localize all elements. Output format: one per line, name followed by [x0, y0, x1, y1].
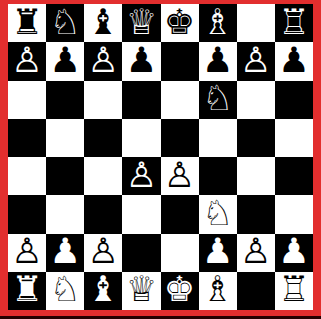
square-g6[interactable] [237, 81, 275, 119]
square-g3[interactable] [237, 195, 275, 233]
piece-white-knight: ♘ [49, 272, 80, 307]
square-c3[interactable] [84, 195, 122, 233]
piece-white-bishop: ♗ [202, 272, 233, 307]
square-c1[interactable]: ♝ [84, 272, 122, 310]
piece-white-king: ♚ [164, 272, 195, 307]
square-d6[interactable] [122, 81, 160, 119]
piece-black-knight: ♘ [49, 5, 80, 40]
chess-board: ♜♘♝♕♚♗♖♙♟♙♟♟♙♟♘♙♙♘♙♟♙♟♙♟♜♘♝♕♚♗♖ [8, 4, 313, 310]
square-c5[interactable] [84, 119, 122, 157]
square-f7[interactable]: ♟ [199, 42, 237, 80]
board-frame: ♜♘♝♕♚♗♖♙♟♙♟♟♙♟♘♙♙♘♙♟♙♟♙♟♜♘♝♕♚♗♖ [0, 0, 321, 319]
piece-black-rook: ♖ [278, 5, 309, 40]
piece-black-pawn: ♟ [49, 43, 80, 78]
square-a4[interactable] [8, 157, 46, 195]
piece-white-knight: ♘ [202, 196, 233, 231]
square-h8[interactable]: ♖ [275, 4, 313, 42]
square-d5[interactable] [122, 119, 160, 157]
piece-white-pawn: ♟ [278, 234, 309, 269]
piece-black-knight: ♘ [202, 81, 233, 116]
square-g8[interactable] [237, 4, 275, 42]
square-b3[interactable] [46, 195, 84, 233]
square-f4[interactable] [199, 157, 237, 195]
square-g2[interactable]: ♙ [237, 234, 275, 272]
square-e5[interactable] [161, 119, 199, 157]
piece-black-king: ♚ [164, 5, 195, 40]
square-a7[interactable]: ♙ [8, 42, 46, 80]
square-h4[interactable] [275, 157, 313, 195]
piece-black-pawn: ♙ [240, 43, 271, 78]
piece-black-pawn: ♙ [88, 43, 119, 78]
piece-black-queen: ♕ [126, 5, 157, 40]
square-d1[interactable]: ♕ [122, 272, 160, 310]
square-a5[interactable] [8, 119, 46, 157]
square-h3[interactable] [275, 195, 313, 233]
square-b7[interactable]: ♟ [46, 42, 84, 80]
square-b2[interactable]: ♟ [46, 234, 84, 272]
square-f3[interactable]: ♘ [199, 195, 237, 233]
square-a6[interactable] [8, 81, 46, 119]
piece-white-queen: ♕ [126, 272, 157, 307]
piece-white-pawn: ♟ [49, 234, 80, 269]
piece-white-rook: ♖ [278, 272, 309, 307]
square-f6[interactable]: ♘ [199, 81, 237, 119]
piece-white-pawn: ♙ [240, 234, 271, 269]
piece-white-pawn: ♙ [164, 158, 195, 193]
square-e3[interactable] [161, 195, 199, 233]
square-a3[interactable] [8, 195, 46, 233]
piece-black-rook: ♜ [11, 5, 42, 40]
square-f1[interactable]: ♗ [199, 272, 237, 310]
piece-black-pawn: ♟ [202, 43, 233, 78]
square-d2[interactable] [122, 234, 160, 272]
square-e1[interactable]: ♚ [161, 272, 199, 310]
square-e8[interactable]: ♚ [161, 4, 199, 42]
piece-white-pawn: ♙ [88, 234, 119, 269]
piece-white-bishop: ♝ [88, 272, 119, 307]
square-b5[interactable] [46, 119, 84, 157]
square-b4[interactable] [46, 157, 84, 195]
square-b8[interactable]: ♘ [46, 4, 84, 42]
square-e6[interactable] [161, 81, 199, 119]
square-d4[interactable]: ♙ [122, 157, 160, 195]
square-a1[interactable]: ♜ [8, 272, 46, 310]
square-d8[interactable]: ♕ [122, 4, 160, 42]
square-h6[interactable] [275, 81, 313, 119]
piece-white-pawn: ♙ [11, 234, 42, 269]
square-e4[interactable]: ♙ [161, 157, 199, 195]
piece-black-bishop: ♝ [88, 5, 119, 40]
square-h1[interactable]: ♖ [275, 272, 313, 310]
square-a8[interactable]: ♜ [8, 4, 46, 42]
piece-white-rook: ♜ [11, 272, 42, 307]
square-b6[interactable] [46, 81, 84, 119]
piece-black-pawn: ♟ [278, 43, 309, 78]
square-e7[interactable] [161, 42, 199, 80]
square-d7[interactable]: ♟ [122, 42, 160, 80]
square-f2[interactable]: ♟ [199, 234, 237, 272]
square-b1[interactable]: ♘ [46, 272, 84, 310]
piece-black-pawn: ♙ [126, 158, 157, 193]
piece-black-pawn: ♟ [126, 43, 157, 78]
square-h5[interactable] [275, 119, 313, 157]
piece-white-pawn: ♟ [202, 234, 233, 269]
piece-black-bishop: ♗ [202, 5, 233, 40]
square-a2[interactable]: ♙ [8, 234, 46, 272]
square-g4[interactable] [237, 157, 275, 195]
square-e2[interactable] [161, 234, 199, 272]
square-c6[interactable] [84, 81, 122, 119]
square-g1[interactable] [237, 272, 275, 310]
square-h7[interactable]: ♟ [275, 42, 313, 80]
piece-black-pawn: ♙ [11, 43, 42, 78]
square-h2[interactable]: ♟ [275, 234, 313, 272]
square-g7[interactable]: ♙ [237, 42, 275, 80]
square-c2[interactable]: ♙ [84, 234, 122, 272]
square-f5[interactable] [199, 119, 237, 157]
square-c8[interactable]: ♝ [84, 4, 122, 42]
square-f8[interactable]: ♗ [199, 4, 237, 42]
square-d3[interactable] [122, 195, 160, 233]
square-c4[interactable] [84, 157, 122, 195]
square-g5[interactable] [237, 119, 275, 157]
square-c7[interactable]: ♙ [84, 42, 122, 80]
